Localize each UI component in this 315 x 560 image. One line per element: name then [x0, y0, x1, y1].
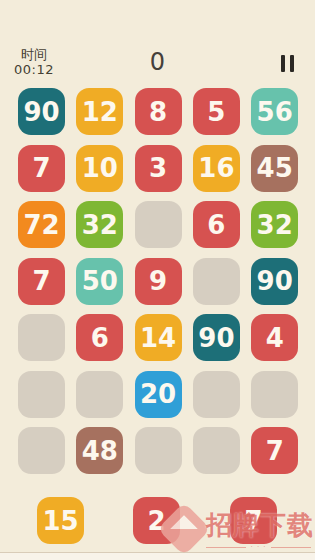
incoming-tile-15[interactable]: 15 [37, 497, 84, 544]
watermark-subtext: · · · [206, 543, 311, 551]
tile-6[interactable]: 6 [76, 314, 123, 361]
tile-32[interactable]: 32 [76, 201, 123, 248]
tile-48[interactable]: 48 [76, 427, 123, 474]
watermark-subtext-label: · · · [250, 543, 266, 551]
pause-icon [281, 55, 285, 72]
watermark-logo-fold [170, 515, 198, 543]
tile-56[interactable]: 56 [251, 88, 298, 135]
pause-button[interactable] [281, 55, 294, 72]
tile-14[interactable]: 14 [135, 314, 182, 361]
tile-8[interactable]: 8 [135, 88, 182, 135]
watermark-text: 招牌下载 [206, 508, 314, 543]
empty-cell [18, 314, 65, 361]
empty-cell [193, 371, 240, 418]
hud: 时间 00:12 0 [0, 0, 315, 86]
empty-cell [251, 371, 298, 418]
tile-32[interactable]: 32 [251, 201, 298, 248]
tile-20[interactable]: 20 [135, 371, 182, 418]
empty-cell [76, 371, 123, 418]
tile-9[interactable]: 9 [135, 258, 182, 305]
watermark: 招牌下载 · · · [160, 504, 315, 560]
tile-90[interactable]: 90 [251, 258, 298, 305]
tile-7[interactable]: 7 [18, 145, 65, 192]
tile-10[interactable]: 10 [76, 145, 123, 192]
board: 9012855671031645723263275099061490420487 [18, 88, 298, 474]
tile-3[interactable]: 3 [135, 145, 182, 192]
game-screen: 时间 00:12 0 90128556710316457232632750990… [0, 0, 315, 560]
tile-7[interactable]: 7 [251, 427, 298, 474]
empty-cell [18, 427, 65, 474]
watermark-rule-right [271, 547, 311, 548]
tile-45[interactable]: 45 [251, 145, 298, 192]
tile-16[interactable]: 16 [193, 145, 240, 192]
tile-12[interactable]: 12 [76, 88, 123, 135]
pause-icon [290, 55, 294, 72]
watermark-rule-left [206, 547, 246, 548]
empty-cell [135, 427, 182, 474]
empty-cell [135, 201, 182, 248]
empty-cell [193, 258, 240, 305]
tile-90[interactable]: 90 [193, 314, 240, 361]
tile-4[interactable]: 4 [251, 314, 298, 361]
tile-72[interactable]: 72 [18, 201, 65, 248]
tile-5[interactable]: 5 [193, 88, 240, 135]
empty-cell [18, 371, 65, 418]
tile-90[interactable]: 90 [18, 88, 65, 135]
tile-7[interactable]: 7 [18, 258, 65, 305]
watermark-logo-icon [157, 502, 211, 556]
tile-50[interactable]: 50 [76, 258, 123, 305]
empty-cell [193, 427, 240, 474]
score-value: 0 [0, 48, 315, 76]
tile-6[interactable]: 6 [193, 201, 240, 248]
